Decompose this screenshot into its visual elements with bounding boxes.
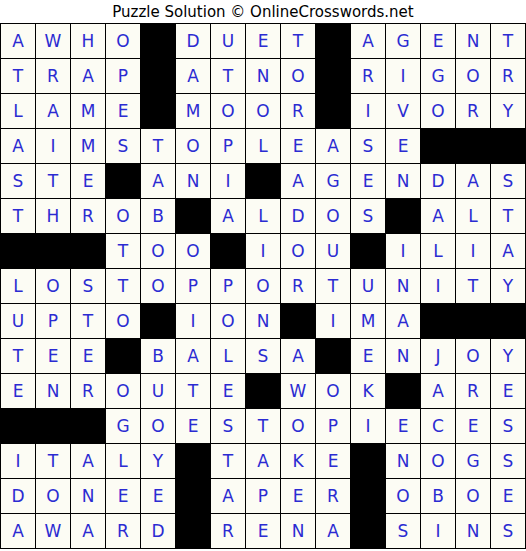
- letter-cell-r4c10: A: [316, 129, 350, 163]
- letter-cell-r15c7: R: [211, 514, 245, 548]
- black-cell-r9c9: [281, 304, 315, 338]
- letter-cell-r8c10: T: [316, 269, 350, 303]
- letter-cell-r14c2: O: [36, 479, 70, 513]
- letter-cell-r14c10: R: [316, 479, 350, 513]
- letter-cell-r6c5: B: [141, 199, 175, 233]
- letter-cell-r4c4: S: [106, 129, 140, 163]
- letter-cell-r12c7: S: [211, 409, 245, 443]
- letter-cell-r12c14: E: [456, 409, 490, 443]
- letter-cell-r1c13: E: [421, 24, 455, 58]
- letter-cell-r8c6: P: [176, 269, 210, 303]
- letter-cell-r4c6: O: [176, 129, 210, 163]
- letter-cell-r14c13: B: [421, 479, 455, 513]
- letter-cell-r9c1: U: [1, 304, 35, 338]
- black-cell-r14c6: [176, 479, 210, 513]
- letter-cell-r5c14: A: [456, 164, 490, 198]
- letter-cell-r8c9: R: [281, 269, 315, 303]
- letter-cell-r5c2: T: [36, 164, 70, 198]
- letter-cell-r6c9: D: [281, 199, 315, 233]
- letter-cell-r10c11: E: [351, 339, 385, 373]
- letter-cell-r1c4: O: [106, 24, 140, 58]
- letter-cell-r14c12: O: [386, 479, 420, 513]
- letter-cell-r10c7: L: [211, 339, 245, 373]
- letter-cell-r6c8: L: [246, 199, 280, 233]
- letter-cell-r3c4: E: [106, 94, 140, 128]
- letter-cell-r4c11: S: [351, 129, 385, 163]
- letter-cell-r2c15: R: [491, 59, 525, 93]
- letter-cell-r1c12: G: [386, 24, 420, 58]
- black-cell-r7c11: [351, 234, 385, 268]
- letter-cell-r14c3: N: [71, 479, 105, 513]
- letter-cell-r1c3: H: [71, 24, 105, 58]
- letter-cell-r13c13: O: [421, 444, 455, 478]
- letter-cell-r3c14: R: [456, 94, 490, 128]
- letter-cell-r5c10: G: [316, 164, 350, 198]
- letter-cell-r5c12: N: [386, 164, 420, 198]
- letter-cell-r2c4: P: [106, 59, 140, 93]
- letter-cell-r13c9: K: [281, 444, 315, 478]
- black-cell-r15c6: [176, 514, 210, 548]
- letter-cell-r11c1: E: [1, 374, 35, 408]
- letter-cell-r4c1: A: [1, 129, 35, 163]
- letter-cell-r11c3: R: [71, 374, 105, 408]
- letter-cell-r15c4: R: [106, 514, 140, 548]
- letter-cell-r8c8: O: [246, 269, 280, 303]
- letter-cell-r14c15: E: [491, 479, 525, 513]
- letter-cell-r2c14: O: [456, 59, 490, 93]
- letter-cell-r8c5: O: [141, 269, 175, 303]
- letter-cell-r1c6: D: [176, 24, 210, 58]
- black-cell-r15c11: [351, 514, 385, 548]
- black-cell-r3c10: [316, 94, 350, 128]
- black-cell-r12c3: [71, 409, 105, 443]
- letter-cell-r15c14: N: [456, 514, 490, 548]
- black-cell-r1c5: [141, 24, 175, 58]
- letter-cell-r10c15: Y: [491, 339, 525, 373]
- letter-cell-r3c9: R: [281, 94, 315, 128]
- letter-cell-r13c2: T: [36, 444, 70, 478]
- letter-cell-r14c14: O: [456, 479, 490, 513]
- puzzle-solution-page: Puzzle Solution © OnlineCrosswords.net A…: [0, 0, 526, 551]
- letter-cell-r2c13: G: [421, 59, 455, 93]
- letter-cell-r13c7: T: [211, 444, 245, 478]
- letter-cell-r15c9: N: [281, 514, 315, 548]
- letter-cell-r9c2: P: [36, 304, 70, 338]
- letter-cell-r1c1: A: [1, 24, 35, 58]
- letter-cell-r12c12: E: [386, 409, 420, 443]
- black-cell-r11c12: [386, 374, 420, 408]
- letter-cell-r2c11: R: [351, 59, 385, 93]
- letter-cell-r3c7: O: [211, 94, 245, 128]
- letter-cell-r1c7: U: [211, 24, 245, 58]
- letter-cell-r9c3: T: [71, 304, 105, 338]
- letter-cell-r14c7: A: [211, 479, 245, 513]
- letter-cell-r5c7: I: [211, 164, 245, 198]
- black-cell-r9c5: [141, 304, 175, 338]
- letter-cell-r6c14: L: [456, 199, 490, 233]
- letter-cell-r9c11: M: [351, 304, 385, 338]
- black-cell-r10c10: [316, 339, 350, 373]
- letter-cell-r2c2: R: [36, 59, 70, 93]
- letter-cell-r6c3: R: [71, 199, 105, 233]
- letter-cell-r9c12: A: [386, 304, 420, 338]
- letter-cell-r5c1: S: [1, 164, 35, 198]
- letter-cell-r3c11: I: [351, 94, 385, 128]
- letter-cell-r4c7: P: [211, 129, 245, 163]
- letter-cell-r12c13: C: [421, 409, 455, 443]
- letter-cell-r7c8: I: [246, 234, 280, 268]
- letter-cell-r2c12: I: [386, 59, 420, 93]
- letter-cell-r13c4: L: [106, 444, 140, 478]
- letter-cell-r6c10: O: [316, 199, 350, 233]
- black-cell-r4c13: [421, 129, 455, 163]
- letter-cell-r12c11: I: [351, 409, 385, 443]
- letter-cell-r6c13: A: [421, 199, 455, 233]
- letter-cell-r15c1: A: [1, 514, 35, 548]
- black-cell-r5c8: [246, 164, 280, 198]
- letter-cell-r15c8: E: [246, 514, 280, 548]
- letter-cell-r10c1: T: [1, 339, 35, 373]
- letter-cell-r2c7: T: [211, 59, 245, 93]
- letter-cell-r1c2: W: [36, 24, 70, 58]
- letter-cell-r8c2: O: [36, 269, 70, 303]
- letter-cell-r8c7: P: [211, 269, 245, 303]
- letter-cell-r11c2: N: [36, 374, 70, 408]
- letter-cell-r10c8: S: [246, 339, 280, 373]
- letter-cell-r3c13: O: [421, 94, 455, 128]
- black-cell-r9c15: [491, 304, 525, 338]
- black-cell-r9c14: [456, 304, 490, 338]
- black-cell-r13c11: [351, 444, 385, 478]
- letter-cell-r2c9: O: [281, 59, 315, 93]
- letter-cell-r3c15: Y: [491, 94, 525, 128]
- black-cell-r9c13: [421, 304, 455, 338]
- black-cell-r2c10: [316, 59, 350, 93]
- letter-cell-r15c5: D: [141, 514, 175, 548]
- black-cell-r7c2: [36, 234, 70, 268]
- letter-cell-r8c15: Y: [491, 269, 525, 303]
- letter-cell-r3c8: O: [246, 94, 280, 128]
- letter-cell-r14c9: E: [281, 479, 315, 513]
- letter-cell-r5c11: E: [351, 164, 385, 198]
- black-cell-r12c2: [36, 409, 70, 443]
- black-cell-r4c14: [456, 129, 490, 163]
- letter-cell-r3c3: M: [71, 94, 105, 128]
- letter-cell-r8c14: T: [456, 269, 490, 303]
- letter-cell-r4c8: L: [246, 129, 280, 163]
- letter-cell-r2c1: T: [1, 59, 35, 93]
- letter-cell-r1c15: T: [491, 24, 525, 58]
- letter-cell-r14c1: D: [1, 479, 35, 513]
- letter-cell-r11c13: A: [421, 374, 455, 408]
- letter-cell-r9c4: O: [106, 304, 140, 338]
- letter-cell-r12c8: T: [246, 409, 280, 443]
- black-cell-r1c10: [316, 24, 350, 58]
- page-title: Puzzle Solution © OnlineCrosswords.net: [112, 3, 413, 21]
- letter-cell-r4c2: I: [36, 129, 70, 163]
- letter-cell-r15c12: S: [386, 514, 420, 548]
- letter-cell-r7c6: O: [176, 234, 210, 268]
- letter-cell-r9c10: I: [316, 304, 350, 338]
- letter-cell-r9c7: O: [211, 304, 245, 338]
- letter-cell-r11c4: O: [106, 374, 140, 408]
- title-bar: Puzzle Solution © OnlineCrosswords.net: [0, 0, 526, 23]
- letter-cell-r11c10: O: [316, 374, 350, 408]
- letter-cell-r5c9: A: [281, 164, 315, 198]
- letter-cell-r7c14: I: [456, 234, 490, 268]
- black-cell-r12c1: [1, 409, 35, 443]
- letter-cell-r4c5: T: [141, 129, 175, 163]
- letter-cell-r7c12: I: [386, 234, 420, 268]
- letter-cell-r11c15: E: [491, 374, 525, 408]
- letter-cell-r9c6: I: [176, 304, 210, 338]
- letter-cell-r14c4: E: [106, 479, 140, 513]
- letter-cell-r6c15: T: [491, 199, 525, 233]
- letter-cell-r7c13: L: [421, 234, 455, 268]
- letter-cell-r1c8: E: [246, 24, 280, 58]
- letter-cell-r10c6: A: [176, 339, 210, 373]
- letter-cell-r15c15: S: [491, 514, 525, 548]
- letter-cell-r6c11: S: [351, 199, 385, 233]
- letter-cell-r12c9: O: [281, 409, 315, 443]
- letter-cell-r8c1: L: [1, 269, 35, 303]
- letter-cell-r5c6: N: [176, 164, 210, 198]
- letter-cell-r7c4: T: [106, 234, 140, 268]
- letter-cell-r3c2: A: [36, 94, 70, 128]
- letter-cell-r11c11: K: [351, 374, 385, 408]
- letter-cell-r11c9: W: [281, 374, 315, 408]
- letter-cell-r4c9: E: [281, 129, 315, 163]
- letter-cell-r12c15: S: [491, 409, 525, 443]
- letter-cell-r1c9: T: [281, 24, 315, 58]
- letter-cell-r10c14: O: [456, 339, 490, 373]
- black-cell-r6c6: [176, 199, 210, 233]
- letter-cell-r9c8: N: [246, 304, 280, 338]
- letter-cell-r2c3: A: [71, 59, 105, 93]
- letter-cell-r14c5: E: [141, 479, 175, 513]
- letter-cell-r13c14: G: [456, 444, 490, 478]
- letter-cell-r13c5: Y: [141, 444, 175, 478]
- black-cell-r5c4: [106, 164, 140, 198]
- letter-cell-r15c13: I: [421, 514, 455, 548]
- black-cell-r2c5: [141, 59, 175, 93]
- letter-cell-r12c10: P: [316, 409, 350, 443]
- letter-cell-r8c3: S: [71, 269, 105, 303]
- letter-cell-r10c2: E: [36, 339, 70, 373]
- letter-cell-r5c13: D: [421, 164, 455, 198]
- letter-cell-r15c3: A: [71, 514, 105, 548]
- black-cell-r6c12: [386, 199, 420, 233]
- letter-cell-r2c6: A: [176, 59, 210, 93]
- black-cell-r7c7: [211, 234, 245, 268]
- letter-cell-r13c3: A: [71, 444, 105, 478]
- letter-cell-r4c12: E: [386, 129, 420, 163]
- letter-cell-r10c13: J: [421, 339, 455, 373]
- letter-cell-r7c5: O: [141, 234, 175, 268]
- letter-cell-r13c10: E: [316, 444, 350, 478]
- letter-cell-r8c11: U: [351, 269, 385, 303]
- letter-cell-r13c1: I: [1, 444, 35, 478]
- letter-cell-r10c5: B: [141, 339, 175, 373]
- letter-cell-r3c1: L: [1, 94, 35, 128]
- letter-cell-r12c6: E: [176, 409, 210, 443]
- letter-cell-r14c8: P: [246, 479, 280, 513]
- black-cell-r7c3: [71, 234, 105, 268]
- black-cell-r14c11: [351, 479, 385, 513]
- letter-cell-r8c4: T: [106, 269, 140, 303]
- black-cell-r11c8: [246, 374, 280, 408]
- letter-cell-r3c6: M: [176, 94, 210, 128]
- crossword-grid: AWHODUETAGENTTRAPATNORIGORLAMEMOORIVORYA…: [0, 23, 526, 549]
- letter-cell-r3c12: V: [386, 94, 420, 128]
- black-cell-r7c1: [1, 234, 35, 268]
- letter-cell-r5c15: S: [491, 164, 525, 198]
- letter-cell-r13c8: A: [246, 444, 280, 478]
- letter-cell-r11c7: E: [211, 374, 245, 408]
- letter-cell-r7c9: O: [281, 234, 315, 268]
- letter-cell-r7c10: U: [316, 234, 350, 268]
- letter-cell-r6c2: H: [36, 199, 70, 233]
- letter-cell-r11c6: T: [176, 374, 210, 408]
- letter-cell-r6c1: T: [1, 199, 35, 233]
- letter-cell-r11c5: U: [141, 374, 175, 408]
- letter-cell-r1c11: A: [351, 24, 385, 58]
- letter-cell-r6c7: A: [211, 199, 245, 233]
- letter-cell-r6c4: O: [106, 199, 140, 233]
- letter-cell-r2c8: N: [246, 59, 280, 93]
- letter-cell-r8c12: N: [386, 269, 420, 303]
- black-cell-r13c6: [176, 444, 210, 478]
- letter-cell-r11c14: R: [456, 374, 490, 408]
- letter-cell-r1c14: N: [456, 24, 490, 58]
- letter-cell-r15c2: W: [36, 514, 70, 548]
- letter-cell-r10c9: A: [281, 339, 315, 373]
- letter-cell-r12c5: O: [141, 409, 175, 443]
- letter-cell-r5c3: E: [71, 164, 105, 198]
- black-cell-r3c5: [141, 94, 175, 128]
- black-cell-r4c15: [491, 129, 525, 163]
- letter-cell-r5c5: A: [141, 164, 175, 198]
- letter-cell-r13c12: N: [386, 444, 420, 478]
- letter-cell-r8c13: I: [421, 269, 455, 303]
- letter-cell-r15c10: A: [316, 514, 350, 548]
- letter-cell-r10c3: E: [71, 339, 105, 373]
- letter-cell-r13c15: S: [491, 444, 525, 478]
- letter-cell-r7c15: A: [491, 234, 525, 268]
- letter-cell-r10c12: N: [386, 339, 420, 373]
- black-cell-r10c4: [106, 339, 140, 373]
- letter-cell-r4c3: M: [71, 129, 105, 163]
- letter-cell-r12c4: G: [106, 409, 140, 443]
